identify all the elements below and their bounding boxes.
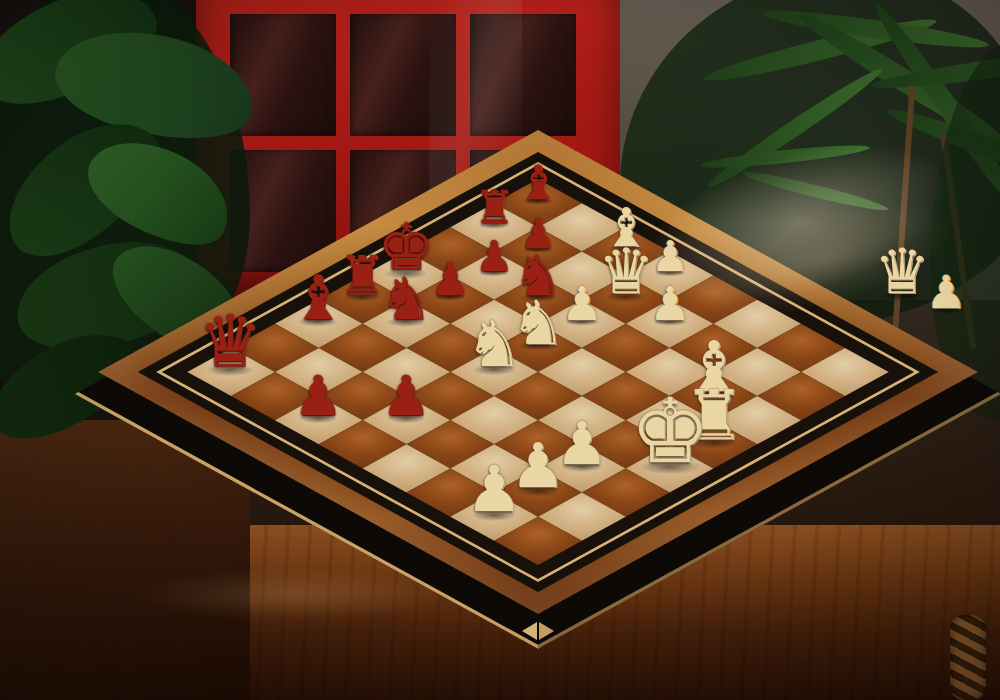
white-pawn[interactable]: ♟: [465, 458, 522, 522]
white-queen[interactable]: ♛: [874, 241, 930, 303]
red-pawn[interactable]: ♟: [293, 369, 343, 424]
carved-table-leg: [950, 615, 986, 700]
red-knight[interactable]: ♞: [380, 270, 432, 329]
red-pawn[interactable]: ♟: [381, 369, 431, 424]
red-rook[interactable]: ♜: [474, 185, 515, 230]
white-pawn[interactable]: ♟: [561, 281, 603, 328]
white-queen[interactable]: ♛: [598, 242, 654, 305]
red-queen[interactable]: ♛: [198, 306, 262, 377]
scene-photo: ♛♝♜♚♜♝♞♟♟♟♟♞♟♞♞♟♛♟♝♟♟♟♟♝♚♜♛♟: [0, 0, 1000, 700]
red-bishop[interactable]: ♝: [517, 159, 560, 206]
white-pawn[interactable]: ♟: [651, 236, 689, 279]
white-pawn[interactable]: ♟: [925, 270, 966, 316]
white-king[interactable]: ♚: [630, 387, 710, 476]
corner-inlay: [539, 622, 554, 640]
red-bishop[interactable]: ♝: [290, 267, 345, 328]
corner-inlay: [522, 622, 537, 640]
white-knight[interactable]: ♞: [465, 313, 522, 377]
red-pawn[interactable]: ♟: [430, 258, 470, 303]
red-pawn[interactable]: ♟: [475, 236, 513, 279]
white-pawn[interactable]: ♟: [649, 281, 691, 328]
